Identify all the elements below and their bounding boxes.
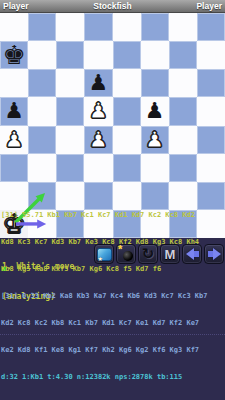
square-c8[interactable] [56,13,84,41]
pv1-line-2: Kd8 Kc3 Kc7 Kd3 Kb7 Ke3 Kc8 Kf2 Kd8 Kg3 … [1,238,208,247]
pv1-line-3: Kb8 Kg5 Ka8 Kxf5 Kb7 Kg6 Kc8 f5 Kd7 f6 [1,265,208,274]
square-c4[interactable] [56,126,84,154]
square-g7[interactable] [169,41,197,69]
square-g4[interactable] [169,126,197,154]
engine-name-label: Stockfish [93,1,131,11]
white-player-label: Player [3,1,29,11]
piece-black-pawn: ♟ [4,100,24,122]
piece-white-pawn: ♟ [89,129,109,151]
status-panel: 1. White's move (analyzing) ★ * ↻ M [0,238,225,400]
top-bar: Player Stockfish Player [0,0,225,13]
square-d7[interactable] [84,41,112,69]
pv2-line-2: Kd2 Kc8 Kc2 Kb8 Kc1 Kb7 Kd1 Kc7 Ke1 Kd7 … [1,319,208,328]
square-e6[interactable] [113,69,141,97]
square-b8[interactable] [28,13,56,41]
square-a4[interactable]: ♟ [0,126,28,154]
arrow-right-icon [208,248,221,260]
piece-black-pawn: ♟ [89,72,109,94]
square-h8[interactable] [197,13,225,41]
square-a5[interactable]: ♟ [0,97,28,125]
piece-black-pawn: ♟ [145,100,165,122]
square-d6[interactable]: ♟ [84,69,112,97]
square-a8[interactable] [0,13,28,41]
square-f7[interactable] [141,41,169,69]
square-e5[interactable] [113,97,141,125]
square-h6[interactable] [197,69,225,97]
pv1-line-1: [31] 55.71 Kb1 Kb7 Kc1 Kc7 Kd1 Kd7 Kc2 K… [1,211,208,220]
square-c5[interactable] [56,97,84,125]
square-b6[interactable] [28,69,56,97]
square-f4[interactable]: ♟ [141,126,169,154]
square-b4[interactable] [28,126,56,154]
square-g5[interactable] [169,97,197,125]
square-f8[interactable] [141,13,169,41]
square-d3[interactable] [84,154,112,182]
square-b5[interactable] [28,97,56,125]
square-c6[interactable] [56,69,84,97]
square-f6[interactable] [141,69,169,97]
engine-analysis-output[interactable]: [31] 55.71 Kb1 Kb7 Kc1 Kc7 Kd1 Kd7 Kc2 K… [1,193,208,400]
square-f5[interactable]: ♟ [141,97,169,125]
piece-white-pawn: ♟ [89,100,109,122]
square-d5[interactable]: ♟ [84,97,112,125]
square-g8[interactable] [169,13,197,41]
square-e8[interactable] [113,13,141,41]
square-g3[interactable] [169,154,197,182]
square-d8[interactable] [84,13,112,41]
square-h4[interactable] [197,126,225,154]
square-h5[interactable] [197,97,225,125]
square-a6[interactable] [0,69,28,97]
square-f3[interactable] [141,154,169,182]
square-e3[interactable] [113,154,141,182]
engine-stats-line: d:32 1:Kb1 t:4.30 n:12382k nps:2878k tb:… [1,373,208,382]
piece-black-king: ♚ [2,42,25,68]
chess-app-screen: Player Stockfish Player ♚♟♟♟♟♟♟♟♚ 1. Whi… [0,0,225,400]
black-player-label: Player [196,1,222,11]
square-h3[interactable] [197,154,225,182]
square-e7[interactable] [113,41,141,69]
square-g6[interactable] [169,69,197,97]
square-c3[interactable] [56,154,84,182]
square-b3[interactable] [28,154,56,182]
square-e4[interactable] [113,126,141,154]
square-a3[interactable] [0,154,28,182]
square-b7[interactable] [28,41,56,69]
piece-white-pawn: ♟ [145,129,165,151]
square-c7[interactable] [56,41,84,69]
pv2-line-1: [31] 0.33 Kb2 Ka8 Kb3 Ka7 Kc4 Kb6 Kd3 Kc… [1,292,208,301]
square-h7[interactable] [197,41,225,69]
square-a7[interactable]: ♚ [0,41,28,69]
piece-white-pawn: ♟ [4,129,24,151]
pv2-line-3: Ke2 Kd8 Kf1 Ke8 Kg1 Kf7 Kh2 Kg6 Kg2 Kf6 … [1,346,208,355]
square-d4[interactable]: ♟ [84,126,112,154]
